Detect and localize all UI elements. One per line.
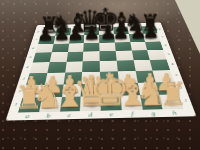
- file-label-e: e: [101, 111, 122, 117]
- black-pawn-icon: ♟: [83, 26, 100, 43]
- file-label-c: c: [59, 112, 81, 118]
- black-pawn-a7[interactable]: ♟: [38, 36, 55, 44]
- black-pawn-icon: ♟: [66, 26, 83, 43]
- black-pawn-h7[interactable]: ♟: [142, 33, 159, 41]
- white-knight-icon: ♞: [32, 81, 64, 111]
- pieces-layer: ♜♞♝♛♚♝♞♜♟♟♟♟♟♟♟♟♟♟♟♟♟♟♟♟♜♞♝♛♚♝♞♜: [18, 26, 184, 113]
- black-pawn-icon: ♟: [113, 25, 130, 42]
- file-label-d: d: [80, 112, 101, 118]
- scene: abcdefgh 87654321 87654321 ♜♞♝♛♚♝♞♜♟♟♟♟♟…: [0, 0, 200, 150]
- white-knight-g1[interactable]: ♞: [138, 95, 161, 110]
- black-pawn-f7[interactable]: ♟: [113, 34, 129, 42]
- white-knight-b1[interactable]: ♞: [37, 97, 60, 112]
- black-pawn-c7[interactable]: ♟: [67, 35, 83, 43]
- black-pawn-d7[interactable]: ♟: [84, 35, 99, 43]
- file-label-f: f: [122, 111, 144, 117]
- file-label-a: a: [16, 113, 38, 119]
- chess-board: abcdefgh 87654321 87654321 ♜♞♝♛♚♝♞♜♟♟♟♟♟…: [6, 22, 197, 120]
- black-pawn-icon: ♟: [142, 24, 159, 41]
- black-pawn-icon: ♟: [36, 27, 53, 44]
- white-king-icon: ♚: [90, 71, 131, 110]
- file-label-h: h: [163, 110, 186, 116]
- white-knight-icon: ♞: [135, 79, 167, 109]
- file-label-g: g: [142, 110, 164, 116]
- white-king-e1[interactable]: ♚: [100, 96, 121, 111]
- file-label-b: b: [37, 113, 59, 119]
- table-surface: abcdefgh 87654321 87654321 ♜♞♝♛♚♝♞♜♟♟♟♟♟…: [0, 0, 200, 150]
